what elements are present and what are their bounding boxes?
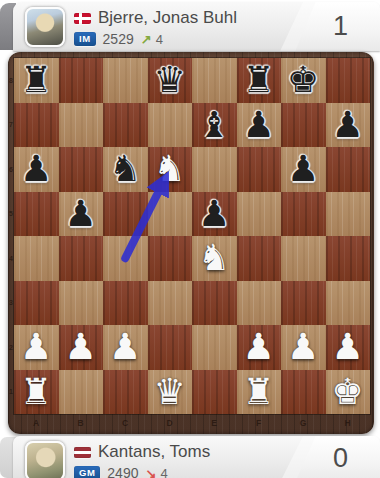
chess-board: ♜♛♜♚♝♟♟♟♞♞♟♟♟♞♟♟♟♟♟♟♜♛♜♚ 87654321 ABCDEF…	[8, 52, 374, 434]
file-label-A: A	[14, 415, 59, 431]
square-e1[interactable]	[192, 370, 237, 415]
file-label-E: E	[192, 415, 237, 431]
rank-label-3: 3	[8, 281, 14, 326]
square-b8[interactable]	[59, 58, 104, 103]
white-rook-f1[interactable]: ♜	[237, 370, 282, 415]
square-d5[interactable]	[148, 192, 193, 237]
file-label-D: D	[148, 415, 193, 431]
square-d3[interactable]	[148, 281, 193, 326]
white-pawn-h2[interactable]: ♟	[326, 325, 371, 370]
square-e8[interactable]	[192, 58, 237, 103]
square-f6[interactable]	[237, 147, 282, 192]
square-a5[interactable]	[14, 192, 59, 237]
black-knight-c6[interactable]: ♞	[103, 147, 148, 192]
black-rook-f8[interactable]: ♜	[237, 58, 282, 103]
square-d7[interactable]	[148, 103, 193, 148]
file-label-C: C	[103, 415, 148, 431]
player-bar-top: Bjerre, Jonas Buhl IM 2529 ↗ 4 1	[13, 2, 380, 51]
white-pawn-a2[interactable]: ♟	[14, 325, 59, 370]
square-e6[interactable]	[192, 147, 237, 192]
square-a7[interactable]	[14, 103, 59, 148]
black-queen-d8[interactable]: ♛	[148, 58, 193, 103]
black-pawn-e5[interactable]: ♟	[192, 192, 237, 237]
white-king-h1[interactable]: ♚	[326, 370, 371, 415]
rating-trend-down-icon: ↘	[145, 466, 156, 478]
square-g3[interactable]	[281, 281, 326, 326]
file-label-F: F	[237, 415, 282, 431]
square-g1[interactable]	[281, 370, 326, 415]
white-pawn-b2[interactable]: ♟	[59, 325, 104, 370]
file-label-H: H	[326, 415, 371, 431]
black-pawn-b5[interactable]: ♟	[59, 192, 104, 237]
rank-label-5: 5	[8, 192, 14, 237]
white-rook-a1[interactable]: ♜	[14, 370, 59, 415]
square-c4[interactable]	[103, 236, 148, 281]
title-badge: IM	[74, 32, 96, 47]
white-pawn-c2[interactable]: ♟	[103, 325, 148, 370]
player-bar-bottom: Kantans, Toms GM 2490 ↘ 4 0	[13, 436, 380, 478]
square-c5[interactable]	[103, 192, 148, 237]
black-king-g8[interactable]: ♚	[281, 58, 326, 103]
square-b1[interactable]	[59, 370, 104, 415]
white-pawn-g2[interactable]: ♟	[281, 325, 326, 370]
square-b4[interactable]	[59, 236, 104, 281]
square-b7[interactable]	[59, 103, 104, 148]
square-e2[interactable]	[192, 325, 237, 370]
square-d2[interactable]	[148, 325, 193, 370]
square-f3[interactable]	[237, 281, 282, 326]
latvia-flag-icon	[74, 447, 91, 458]
square-f4[interactable]	[237, 236, 282, 281]
game-score: 1	[333, 11, 348, 42]
square-e3[interactable]	[192, 281, 237, 326]
chess-broadcast-panel: Bjerre, Jonas Buhl IM 2529 ↗ 4 1 ♜♛♜♚♝♟♟…	[0, 0, 380, 478]
white-knight-e4[interactable]: ♞	[192, 236, 237, 281]
game-score: 0	[333, 443, 348, 474]
player-name[interactable]: Bjerre, Jonas Buhl	[98, 8, 237, 28]
square-h3[interactable]	[326, 281, 371, 326]
square-h5[interactable]	[326, 192, 371, 237]
white-pawn-f2[interactable]: ♟	[237, 325, 282, 370]
rank-label-1: 1	[8, 370, 14, 415]
black-pawn-a6[interactable]: ♟	[14, 147, 59, 192]
white-queen-d1[interactable]: ♛	[148, 370, 193, 415]
square-c7[interactable]	[103, 103, 148, 148]
player-rating: 2529	[103, 31, 134, 47]
file-labels: ABCDEFGH	[14, 415, 370, 431]
square-h8[interactable]	[326, 58, 371, 103]
black-bishop-e7[interactable]: ♝	[192, 103, 237, 148]
denmark-flag-icon	[74, 13, 91, 24]
square-c8[interactable]	[103, 58, 148, 103]
title-badge: GM	[74, 466, 100, 478]
rating-trend-up-icon: ↗	[141, 32, 152, 47]
rating-trend-value: 4	[160, 466, 167, 478]
white-knight-d6[interactable]: ♞	[148, 147, 193, 192]
square-a4[interactable]	[14, 236, 59, 281]
square-h6[interactable]	[326, 147, 371, 192]
black-rook-a8[interactable]: ♜	[14, 58, 59, 103]
square-c1[interactable]	[103, 370, 148, 415]
file-label-B: B	[59, 415, 104, 431]
square-f5[interactable]	[237, 192, 282, 237]
rank-label-7: 7	[8, 103, 14, 148]
black-pawn-g6[interactable]: ♟	[281, 147, 326, 192]
square-g7[interactable]	[281, 103, 326, 148]
square-d4[interactable]	[148, 236, 193, 281]
rating-trend-value: 4	[156, 32, 163, 47]
square-c3[interactable]	[103, 281, 148, 326]
rank-label-2: 2	[8, 325, 14, 370]
file-label-G: G	[281, 415, 326, 431]
square-g5[interactable]	[281, 192, 326, 237]
square-g4[interactable]	[281, 236, 326, 281]
rank-label-4: 4	[8, 236, 14, 281]
black-pawn-f7[interactable]: ♟	[237, 103, 282, 148]
avatar[interactable]	[25, 441, 65, 478]
avatar[interactable]	[25, 7, 65, 47]
rank-label-6: 6	[8, 147, 14, 192]
square-a3[interactable]	[14, 281, 59, 326]
square-b3[interactable]	[59, 281, 104, 326]
square-h4[interactable]	[326, 236, 371, 281]
rank-label-8: 8	[8, 58, 14, 103]
rank-labels: 87654321	[8, 58, 14, 414]
black-pawn-h7[interactable]: ♟	[326, 103, 371, 148]
player-name[interactable]: Kantans, Toms	[98, 442, 210, 462]
square-b6[interactable]	[59, 147, 104, 192]
player-rating: 2490	[107, 465, 138, 478]
